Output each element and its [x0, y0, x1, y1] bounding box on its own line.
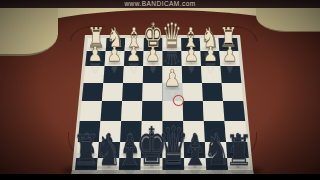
square-g4[interactable] [102, 83, 123, 101]
bandicam-watermark-bar: www.BANDICAM.com [0, 0, 320, 8]
square-h4[interactable] [82, 83, 104, 101]
square-b5[interactable] [203, 101, 225, 121]
mouse-click-effect-ring [173, 95, 184, 106]
piece-white-pawn-g2[interactable]: ♟ [104, 44, 124, 64]
piece-white-pawn-b2[interactable]: ♟ [200, 44, 220, 64]
piece-black-rook-a8[interactable]: ♜ [220, 129, 257, 171]
square-f4[interactable] [122, 83, 143, 101]
square-a4[interactable] [222, 83, 244, 101]
square-a5[interactable] [223, 101, 245, 121]
square-h5[interactable] [80, 101, 102, 121]
piece-white-pawn-f2[interactable]: ♟ [124, 44, 144, 64]
square-c4[interactable] [182, 83, 203, 101]
piece-white-pawn-c2[interactable]: ♟ [181, 44, 201, 64]
square-b4[interactable] [202, 83, 223, 101]
piece-white-pawn-a2[interactable]: ♟ [220, 44, 240, 64]
piece-white-pawn-e2[interactable]: ♟ [143, 44, 163, 64]
square-g5[interactable] [101, 101, 123, 121]
piece-white-pawn-d4[interactable]: ♟ [161, 67, 184, 90]
bandicam-watermark-text: www.BANDICAM.com [124, 1, 195, 8]
game-window: ♜♜♞♞♝♝♚♚♛♛♝♝♞♞♜♜♟♟♟♟♟♟♟♟♟♟♟♟♟♟♟♟♟♟♟♟♟♟♟♟… [0, 0, 320, 180]
bottom-letterbox [0, 174, 320, 180]
piece-white-pawn-h2[interactable]: ♟ [85, 44, 105, 64]
square-e4[interactable] [142, 83, 162, 101]
